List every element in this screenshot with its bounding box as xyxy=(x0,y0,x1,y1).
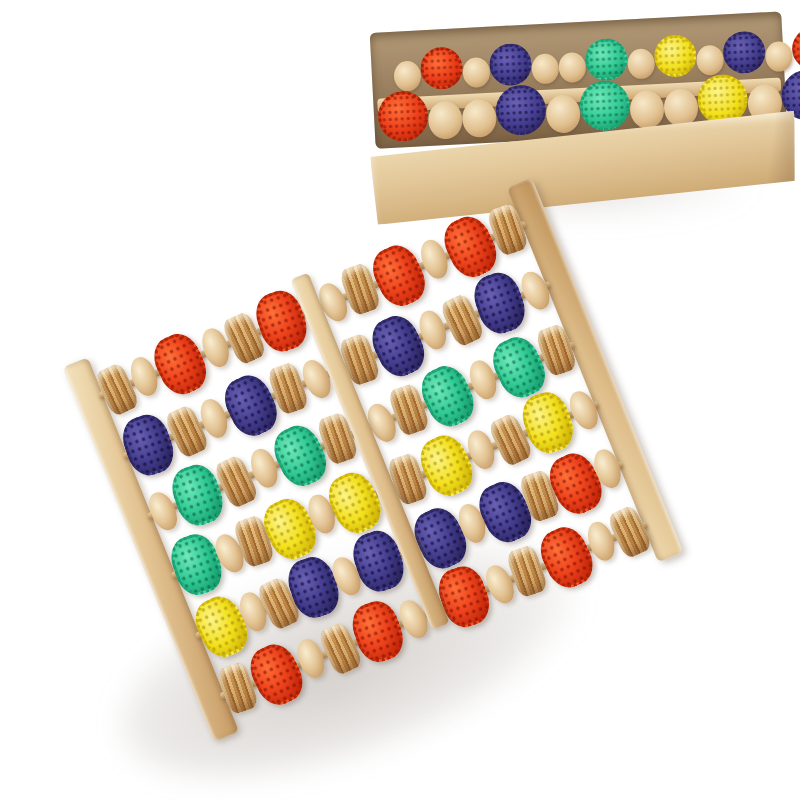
main-massager-board xyxy=(63,198,633,742)
roller-red-spiky xyxy=(791,27,800,71)
roller-wood xyxy=(427,100,463,140)
roller-wood xyxy=(663,88,699,128)
roller-green-spiky xyxy=(579,79,632,132)
roller-purple-spiky xyxy=(495,84,548,137)
product-photo xyxy=(0,0,800,800)
perspective-view xyxy=(363,0,800,227)
roller-wood xyxy=(461,98,497,138)
roller-wood xyxy=(545,94,581,134)
roller-red-spiky xyxy=(377,90,430,143)
roller-wood xyxy=(629,90,665,130)
